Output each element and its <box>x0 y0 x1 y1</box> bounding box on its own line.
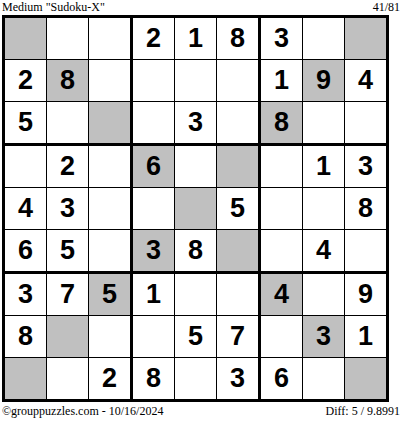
cell-r8c8[interactable]: 3 <box>303 316 345 358</box>
cell-r5c5[interactable] <box>175 188 217 230</box>
copyright-text: ©grouppuzzles.com - 10/16/2024 <box>2 404 163 418</box>
cell-r1c1[interactable] <box>5 18 47 60</box>
cell-r9c3[interactable]: 2 <box>89 358 133 399</box>
cell-r7c4[interactable]: 1 <box>133 274 175 316</box>
cell-r7c5[interactable] <box>175 274 217 316</box>
cell-r6c6[interactable] <box>217 230 261 274</box>
cell-r2c9[interactable]: 4 <box>345 60 386 102</box>
cell-r8c9[interactable]: 1 <box>345 316 386 358</box>
cell-r9c1[interactable] <box>5 358 47 399</box>
cell-r4c7[interactable] <box>261 146 303 188</box>
cell-r3c4[interactable] <box>133 102 175 146</box>
cell-r6c7[interactable] <box>261 230 303 274</box>
cell-r8c3[interactable] <box>89 316 133 358</box>
footer: ©grouppuzzles.com - 10/16/2024 Diff: 5 /… <box>0 402 402 418</box>
cell-r4c1[interactable] <box>5 146 47 188</box>
cell-r3c7[interactable]: 8 <box>261 102 303 146</box>
difficulty-text: Diff: 5 / 9.8991 <box>326 404 400 418</box>
cell-r2c3[interactable] <box>89 60 133 102</box>
progress-counter: 41/81 <box>373 1 400 14</box>
cell-r1c9[interactable] <box>345 18 386 60</box>
cell-r7c6[interactable] <box>217 274 261 316</box>
cell-r1c4[interactable]: 2 <box>133 18 175 60</box>
cell-r7c1[interactable]: 3 <box>5 274 47 316</box>
cell-r5c6[interactable]: 5 <box>217 188 261 230</box>
cell-r8c6[interactable]: 7 <box>217 316 261 358</box>
cell-r3c6[interactable] <box>217 102 261 146</box>
cell-r6c4[interactable]: 3 <box>133 230 175 274</box>
cell-r2c5[interactable] <box>175 60 217 102</box>
cell-r1c2[interactable] <box>47 18 89 60</box>
cell-r1c7[interactable]: 3 <box>261 18 303 60</box>
cell-r9c7[interactable]: 6 <box>261 358 303 399</box>
puzzle-title: Medium "Sudoku-X" <box>2 1 105 14</box>
cell-r9c5[interactable] <box>175 358 217 399</box>
cell-r5c8[interactable] <box>303 188 345 230</box>
cell-r7c8[interactable] <box>303 274 345 316</box>
cell-r1c6[interactable]: 8 <box>217 18 261 60</box>
header: Medium "Sudoku-X" 41/81 <box>0 0 402 15</box>
cell-r2c6[interactable] <box>217 60 261 102</box>
cell-r7c9[interactable]: 9 <box>345 274 386 316</box>
cell-r4c5[interactable] <box>175 146 217 188</box>
cell-r6c5[interactable]: 8 <box>175 230 217 274</box>
cell-r8c5[interactable]: 5 <box>175 316 217 358</box>
cell-r2c2[interactable]: 8 <box>47 60 89 102</box>
cell-r2c7[interactable]: 1 <box>261 60 303 102</box>
cell-r4c2[interactable]: 2 <box>47 146 89 188</box>
cell-r4c8[interactable]: 1 <box>303 146 345 188</box>
cell-r6c1[interactable]: 6 <box>5 230 47 274</box>
cell-r2c8[interactable]: 9 <box>303 60 345 102</box>
cell-r2c4[interactable] <box>133 60 175 102</box>
cell-r5c2[interactable]: 3 <box>47 188 89 230</box>
cell-r8c2[interactable] <box>47 316 89 358</box>
cell-r7c3[interactable]: 5 <box>89 274 133 316</box>
cell-r9c8[interactable] <box>303 358 345 399</box>
cell-r4c9[interactable]: 3 <box>345 146 386 188</box>
cell-r1c3[interactable] <box>89 18 133 60</box>
cell-r5c9[interactable]: 8 <box>345 188 386 230</box>
cell-r9c2[interactable] <box>47 358 89 399</box>
sudoku-grid: 2183281945382613435865384375149857312836 <box>2 15 389 402</box>
cell-r9c4[interactable]: 8 <box>133 358 175 399</box>
cell-r3c1[interactable]: 5 <box>5 102 47 146</box>
cell-r3c2[interactable] <box>47 102 89 146</box>
cell-r7c2[interactable]: 7 <box>47 274 89 316</box>
puzzle-page: Medium "Sudoku-X" 41/81 2183281945382613… <box>0 0 402 437</box>
cell-r6c2[interactable]: 5 <box>47 230 89 274</box>
cell-r1c8[interactable] <box>303 18 345 60</box>
cell-r8c1[interactable]: 8 <box>5 316 47 358</box>
cell-r8c7[interactable] <box>261 316 303 358</box>
cell-r5c7[interactable] <box>261 188 303 230</box>
cell-r3c9[interactable] <box>345 102 386 146</box>
cell-r5c4[interactable] <box>133 188 175 230</box>
cell-r7c7[interactable]: 4 <box>261 274 303 316</box>
cell-r8c4[interactable] <box>133 316 175 358</box>
cell-r6c3[interactable] <box>89 230 133 274</box>
cell-r9c9[interactable] <box>345 358 386 399</box>
cell-r6c9[interactable] <box>345 230 386 274</box>
cell-r1c5[interactable]: 1 <box>175 18 217 60</box>
cell-r4c3[interactable] <box>89 146 133 188</box>
cell-r5c3[interactable] <box>89 188 133 230</box>
grid-wrap: 2183281945382613435865384375149857312836 <box>0 15 402 402</box>
cell-r4c6[interactable] <box>217 146 261 188</box>
cell-r2c1[interactable]: 2 <box>5 60 47 102</box>
cell-r3c5[interactable]: 3 <box>175 102 217 146</box>
cell-r3c3[interactable] <box>89 102 133 146</box>
cell-r3c8[interactable] <box>303 102 345 146</box>
cell-r5c1[interactable]: 4 <box>5 188 47 230</box>
cell-r6c8[interactable]: 4 <box>303 230 345 274</box>
cell-r9c6[interactable]: 3 <box>217 358 261 399</box>
cell-r4c4[interactable]: 6 <box>133 146 175 188</box>
